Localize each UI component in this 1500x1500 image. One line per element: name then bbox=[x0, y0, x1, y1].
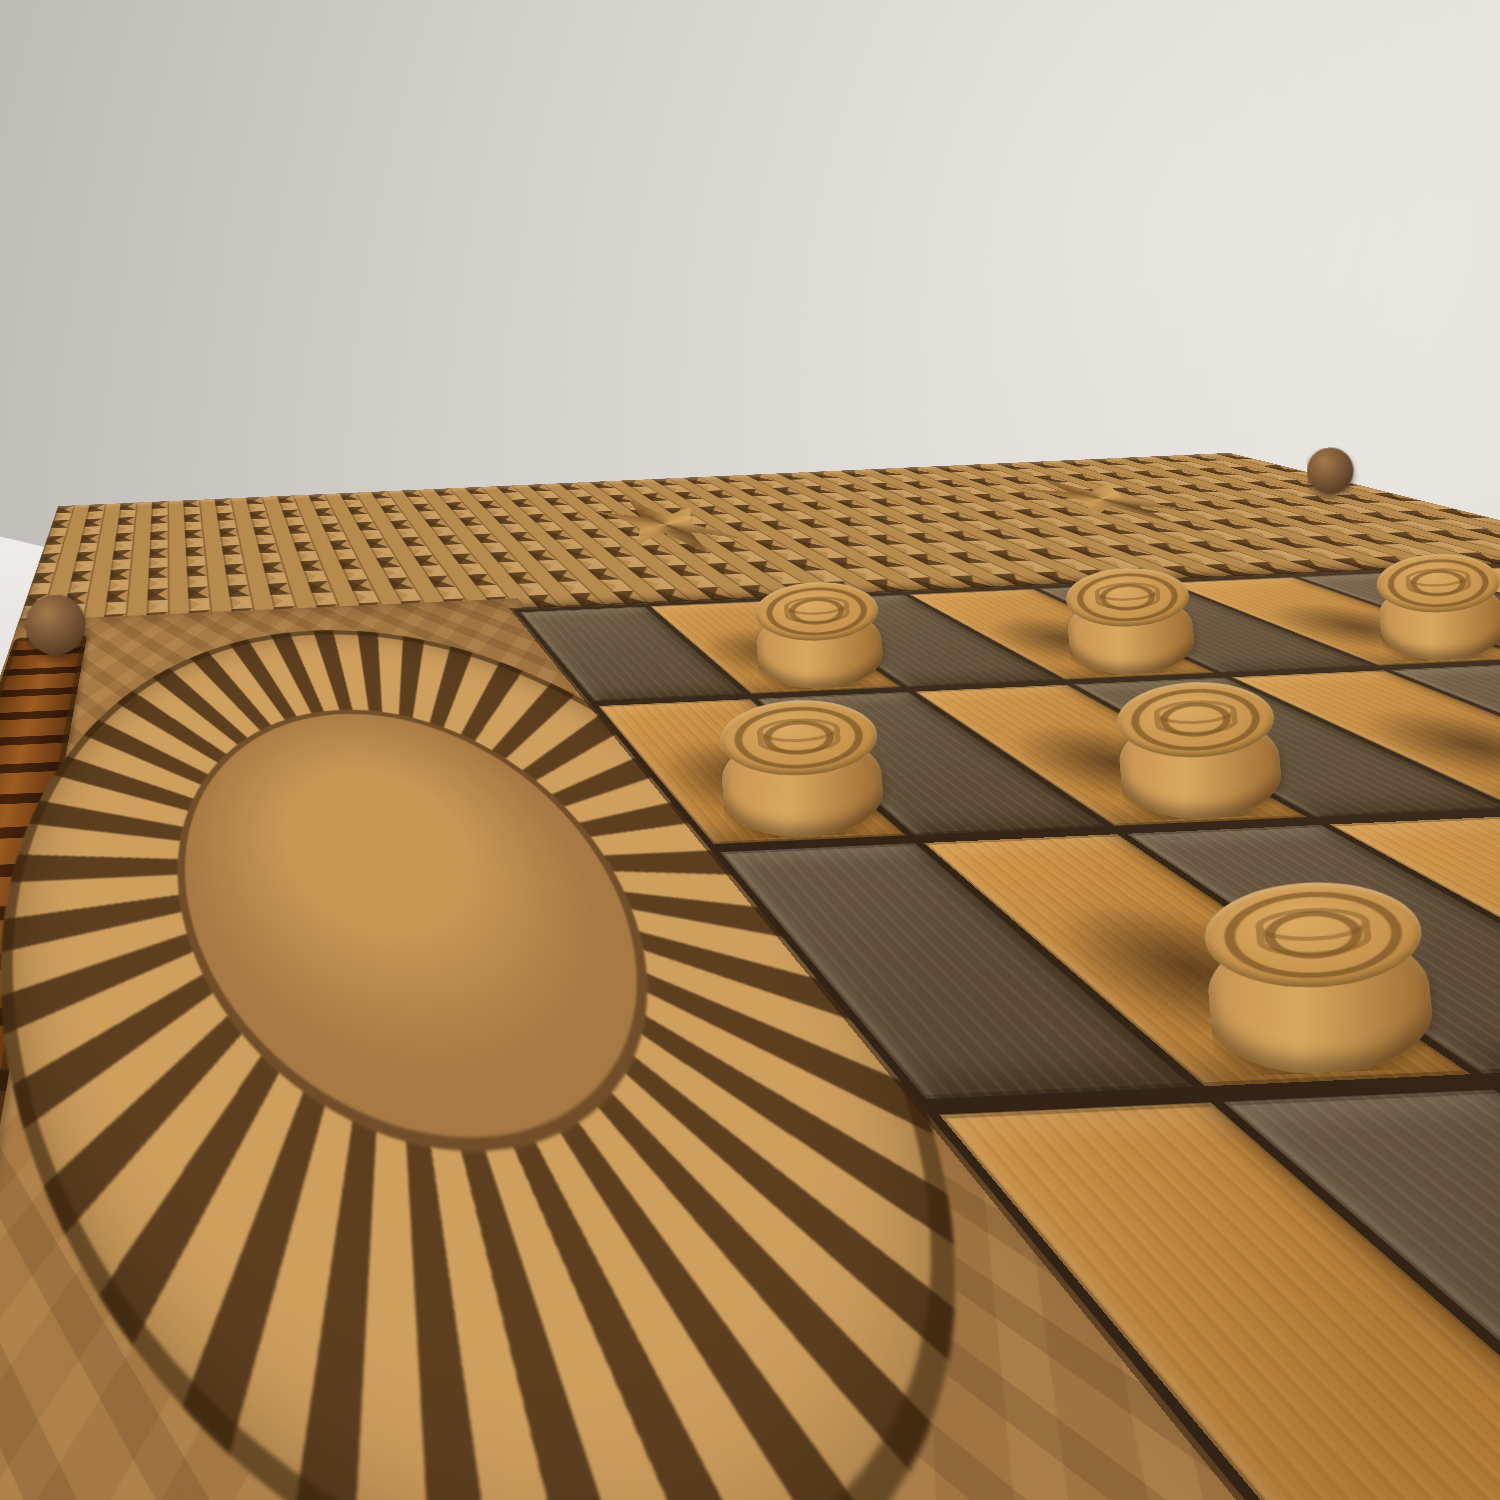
perspective-scene: ⛀⛀⛀⛀⛀⛀⛀⛀⛀⛀⛀⛀⛂⛂⛂⛂⛂⛂⛂⛂⛂⛂⛂⛂ bbox=[0, 0, 1500, 1500]
photo-scene: ⛀⛀⛀⛀⛀⛀⛀⛀⛀⛀⛀⛀⛂⛂⛂⛂⛂⛂⛂⛂⛂⛂⛂⛂ bbox=[0, 0, 1500, 1500]
piece-cylinder: ⛀ bbox=[716, 697, 886, 840]
checker-piece-light[interactable]: ⛀ bbox=[697, 433, 886, 839]
piece-cylinder: ⛀ bbox=[1199, 878, 1439, 1078]
draughts-man-light-glyph: ⛀ bbox=[1245, 880, 1381, 973]
draughts-man-light-glyph: ⛀ bbox=[1400, 553, 1477, 605]
carved-board-top: ⛀⛀⛀⛀⛀⛀⛀⛀⛀⛀⛀⛀⛂⛂⛂⛂⛂⛂⛂⛂⛂⛂⛂⛂ bbox=[0, 0, 1230, 506]
draughts-man-light-glyph: ⛀ bbox=[750, 698, 847, 764]
board-square[interactable]: ⛀ bbox=[598, 699, 905, 844]
camera-tilt: ⛀⛀⛀⛀⛀⛀⛀⛀⛀⛀⛀⛀⛂⛂⛂⛂⛂⛂⛂⛂⛂⛂⛂⛂ bbox=[0, 0, 1500, 1500]
